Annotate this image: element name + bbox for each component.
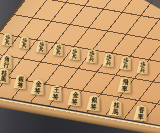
piece-face: 歩兵 [119,55,133,70]
piece-face: 歩兵 [1,32,14,46]
shogi-piece-pawn[interactable]: 歩兵 [53,43,64,56]
piece-kanji: 兵 [4,39,9,45]
shogi-piece-rook[interactable]: 飛車 [118,77,132,93]
piece-face: 銀将 [86,94,102,112]
piece-face: 歩兵 [52,42,65,56]
piece-kanji: 兵 [21,42,26,48]
piece-kanji: 将 [16,81,22,88]
shogi-piece-silver[interactable]: 銀将 [87,95,101,111]
shogi-board-photo: 歩兵歩兵歩兵歩兵歩兵歩兵歩兵歩兵歩兵角行飛車香車桂馬銀将金将王将金将銀将桂馬香車 [0,0,160,133]
piece-face: 桂馬 [0,67,10,83]
piece-face: 歩兵 [68,46,81,60]
piece-kanji: 車 [121,85,128,92]
shogi-piece-pawn[interactable]: 歩兵 [120,56,132,70]
piece-kanji: 兵 [106,60,112,66]
shogi-piece-knight[interactable]: 桂馬 [109,100,123,116]
shogi-piece-king[interactable]: 王将 [49,85,63,101]
piece-kanji: 将 [71,98,78,105]
shogi-piece-gold[interactable]: 金将 [68,90,82,106]
shogi-piece-lance[interactable]: 香車 [134,105,148,121]
shogi-piece-pawn[interactable]: 歩兵 [86,49,98,63]
piece-kanji: 兵 [72,53,77,59]
piece-face: 歩兵 [35,39,48,53]
piece-face: 歩兵 [102,52,116,67]
piece-face: 歩兵 [18,35,31,49]
shogi-piece-pawn[interactable]: 歩兵 [69,47,81,60]
piece-kanji: 将 [90,103,97,110]
shogi-piece-pawn[interactable]: 歩兵 [36,40,47,53]
piece-face: 飛車 [117,76,133,94]
piece-face: 歩兵 [136,59,150,74]
shogi-piece-pawn[interactable]: 歩兵 [19,36,30,49]
piece-kanji: 馬 [0,75,6,82]
shogi-piece-silver[interactable]: 銀将 [14,74,27,89]
piece-kanji: 兵 [38,46,43,52]
shogi-piece-gold[interactable]: 金将 [31,79,45,95]
piece-kanji: 兵 [140,67,146,73]
piece-face: 金将 [67,89,83,107]
piece-kanji: 馬 [112,108,119,115]
piece-face: 香車 [133,104,149,122]
piece-kanji: 将 [52,93,59,100]
shogi-piece-knight[interactable]: 桂馬 [0,68,10,83]
shogi-piece-bishop[interactable]: 角行 [0,54,13,69]
shogi-piece-pawn[interactable]: 歩兵 [103,53,115,67]
piece-kanji: 兵 [123,63,129,69]
shogi-piece-pawn[interactable]: 歩兵 [2,33,13,46]
piece-face: 桂馬 [108,99,124,117]
piece-face: 金将 [30,78,46,96]
piece-kanji: 兵 [55,49,60,55]
piece-face: 王将 [48,84,64,102]
piece-face: 銀将 [13,73,28,89]
shogi-piece-pawn[interactable]: 歩兵 [137,60,149,74]
pieces-layer: 歩兵歩兵歩兵歩兵歩兵歩兵歩兵歩兵歩兵角行飛車香車桂馬銀将金将王将金将銀将桂馬香車 [0,0,160,133]
piece-kanji: 車 [137,113,144,120]
piece-kanji: 兵 [89,56,95,62]
piece-face: 歩兵 [85,48,99,63]
piece-kanji: 将 [34,87,41,94]
